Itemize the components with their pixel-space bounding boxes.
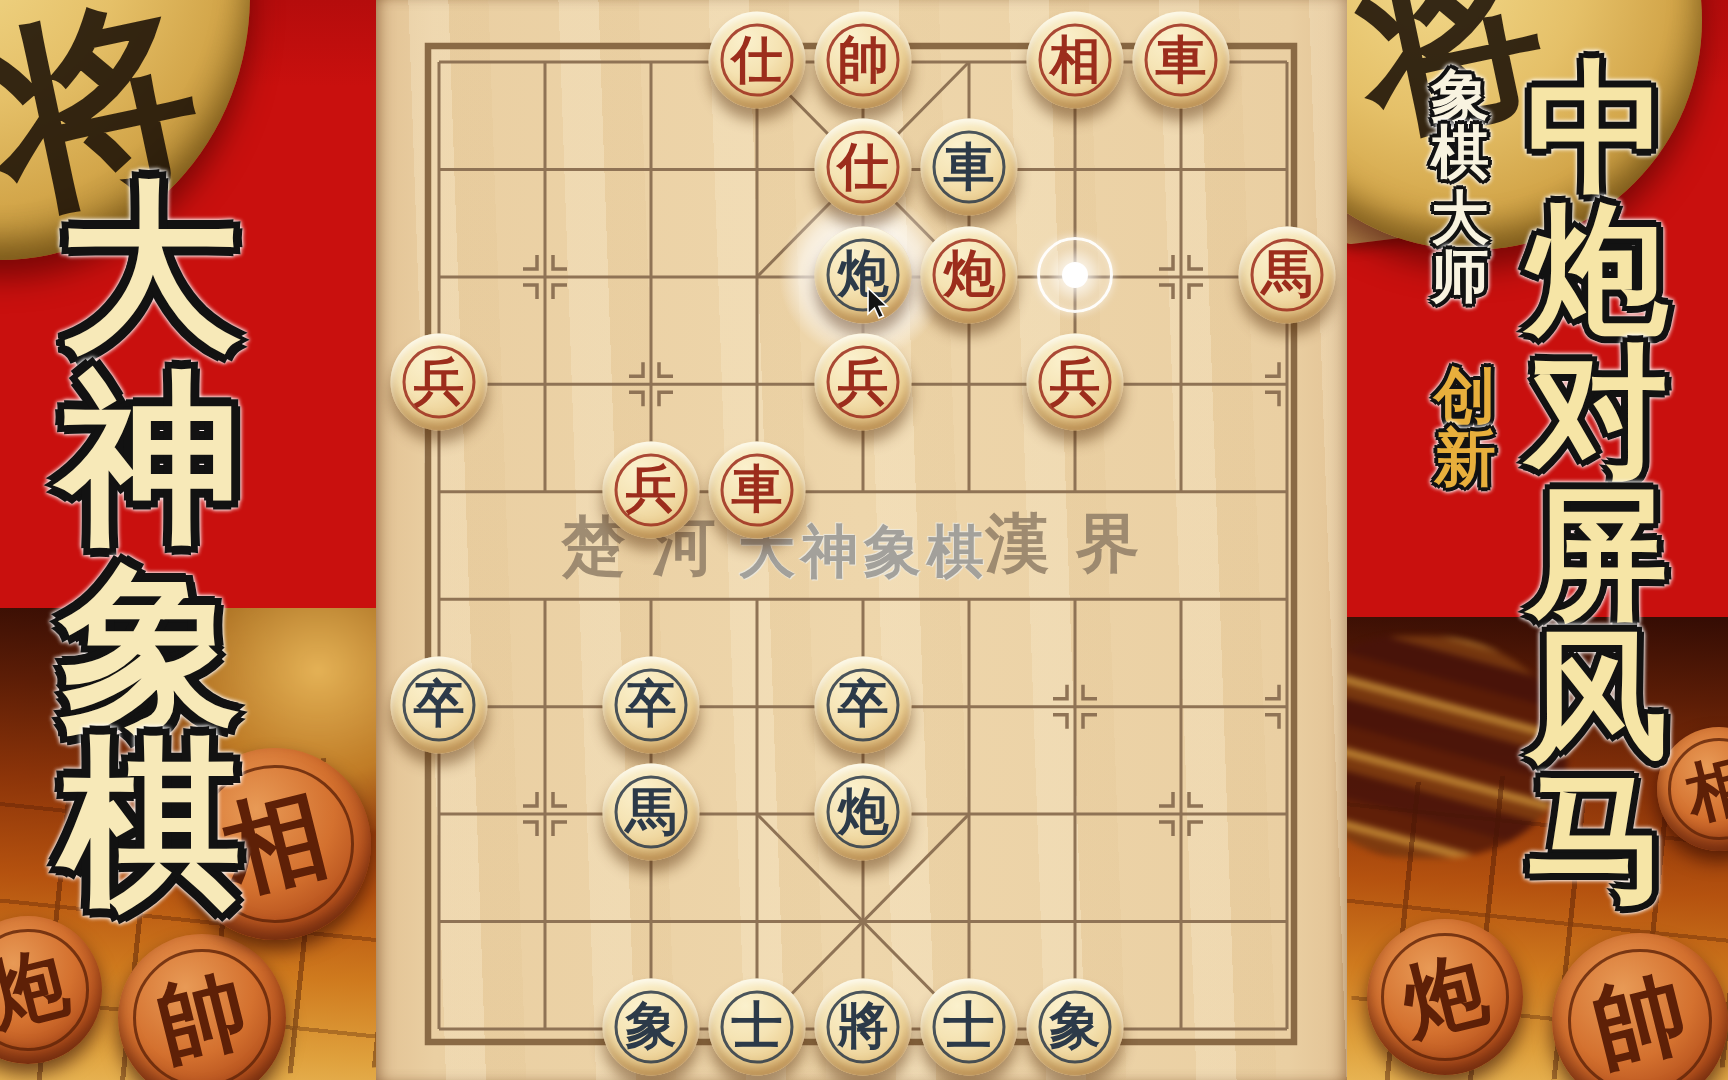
piece-black-炮[interactable]: 炮	[815, 764, 912, 861]
piece-char: 仕	[709, 26, 806, 95]
piece-char: 相	[1027, 26, 1124, 95]
piece-char: 兵	[603, 455, 700, 524]
title-char: 象	[1431, 67, 1489, 125]
piece-char: 士	[709, 993, 806, 1062]
piece-red-車[interactable]: 車	[709, 441, 806, 538]
piece-char: 兵	[391, 348, 488, 417]
piece-char: 炮	[815, 778, 912, 847]
mouse-cursor	[867, 287, 893, 319]
piece-black-士[interactable]: 士	[709, 979, 806, 1076]
piece-black-車[interactable]: 車	[921, 119, 1018, 216]
piece-char: 將	[815, 993, 912, 1062]
piece-red-車[interactable]: 車	[1133, 12, 1230, 109]
piece-black-卒[interactable]: 卒	[603, 656, 700, 753]
river-label-right: 漢界	[973, 500, 1166, 587]
piece-char: 馬	[603, 778, 700, 847]
piece-red-兵[interactable]: 兵	[1027, 334, 1124, 431]
move-highlight[interactable]	[1037, 237, 1113, 313]
title-char: 大	[1431, 189, 1489, 247]
piece-black-馬[interactable]: 馬	[603, 764, 700, 861]
title-char: 棋	[1431, 123, 1489, 181]
piece-black-卒[interactable]: 卒	[391, 656, 488, 753]
piece-char: 仕	[815, 133, 912, 202]
piece-black-將[interactable]: 將	[815, 979, 912, 1076]
piece-red-帥[interactable]: 帥	[815, 12, 912, 109]
left-sidebar: 炮帥相 将 大神象棋	[0, 0, 376, 1080]
piece-red-馬[interactable]: 馬	[1239, 226, 1336, 323]
piece-black-士[interactable]: 士	[921, 979, 1018, 1076]
move-highlight-dot	[1062, 262, 1088, 288]
piece-char: 士	[921, 993, 1018, 1062]
piece-char: 炮	[921, 240, 1018, 309]
title-char: 大	[59, 177, 241, 359]
right-sidebar: 炮帥相 将 中炮对屏风马象棋大师创新	[1347, 0, 1728, 1080]
piece-char: 卒	[391, 670, 488, 739]
piece-char: 卒	[815, 670, 912, 739]
piece-red-仕[interactable]: 仕	[815, 119, 912, 216]
piece-char: 象	[1027, 993, 1124, 1062]
piece-char: 車	[1133, 26, 1230, 95]
piece-char: 兵	[1027, 348, 1124, 417]
title-char: 对	[1526, 341, 1668, 483]
piece-char: 馬	[1239, 240, 1336, 309]
title-char: 马	[1526, 767, 1668, 909]
title-char: 炮	[1526, 199, 1668, 341]
piece-char: 象	[603, 993, 700, 1062]
piece-black-卒[interactable]: 卒	[815, 656, 912, 753]
piece-char: 帥	[815, 26, 912, 95]
title-char: 神	[59, 367, 241, 549]
piece-char: 卒	[603, 670, 700, 739]
piece-red-兵[interactable]: 兵	[815, 334, 912, 431]
title-char: 象	[59, 559, 241, 741]
piece-red-炮[interactable]: 炮	[921, 226, 1018, 323]
piece-black-象[interactable]: 象	[1027, 979, 1124, 1076]
title-char: 棋	[59, 732, 241, 914]
piece-red-仕[interactable]: 仕	[709, 12, 806, 109]
board-panel[interactable]: 楚河 漢界 大神象棋 仕帥相車仕車炮炮馬兵兵兵兵車卒卒卒馬炮象士將士象	[376, 0, 1347, 1080]
thumbnail-canvas: 炮帥相 将 大神象棋 楚河 漢界 大神象棋 仕帥相車仕車炮炮馬兵兵兵兵車卒卒卒馬…	[0, 0, 1728, 1080]
piece-red-兵[interactable]: 兵	[603, 441, 700, 538]
title-char: 新	[1434, 427, 1496, 489]
title-char: 中	[1526, 57, 1668, 199]
title-char: 师	[1431, 247, 1489, 305]
piece-char: 車	[709, 455, 806, 524]
piece-black-象[interactable]: 象	[603, 979, 700, 1076]
piece-black-炮[interactable]: 炮	[815, 226, 912, 323]
title-char: 屏	[1526, 483, 1668, 625]
piece-red-相[interactable]: 相	[1027, 12, 1124, 109]
piece-char: 兵	[815, 348, 912, 417]
title-char: 风	[1526, 625, 1668, 767]
title-char: 创	[1434, 365, 1496, 427]
piece-char: 炮	[815, 240, 912, 309]
piece-char: 車	[921, 133, 1018, 202]
piece-red-兵[interactable]: 兵	[391, 334, 488, 431]
decor-photo-piece-炮: 炮	[1367, 919, 1523, 1075]
